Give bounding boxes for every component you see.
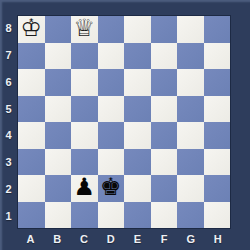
square-a8[interactable]: ♔ [18, 16, 45, 43]
square-b6[interactable] [45, 69, 72, 96]
square-g4[interactable] [177, 122, 204, 149]
square-a5[interactable] [18, 96, 45, 123]
square-d1[interactable] [98, 202, 125, 229]
square-e5[interactable] [124, 96, 151, 123]
rank-label-6: 6 [0, 69, 17, 96]
square-h2[interactable] [204, 175, 231, 202]
piece-white-king[interactable]: ♔ [20, 16, 42, 40]
square-e1[interactable] [124, 202, 151, 229]
square-f2[interactable] [151, 175, 178, 202]
square-e2[interactable] [124, 175, 151, 202]
square-g2[interactable] [177, 175, 204, 202]
file-label-H: H [204, 229, 231, 249]
square-a1[interactable] [18, 202, 45, 229]
rank-label-1: 1 [0, 202, 17, 229]
square-c1[interactable] [71, 202, 98, 229]
file-label-E: E [124, 229, 151, 249]
square-b8[interactable] [45, 16, 72, 43]
file-label-F: F [151, 229, 178, 249]
rank-labels: 87654321 [0, 15, 17, 229]
square-f6[interactable] [151, 69, 178, 96]
square-e6[interactable] [124, 69, 151, 96]
square-a3[interactable] [18, 149, 45, 176]
square-d8[interactable] [98, 16, 125, 43]
square-f4[interactable] [151, 122, 178, 149]
chess-diagram-frame: 87654321 ♔♕♟♚ ABCDEFGH [0, 0, 250, 250]
square-h8[interactable] [204, 16, 231, 43]
square-h4[interactable] [204, 122, 231, 149]
square-b4[interactable] [45, 122, 72, 149]
square-g3[interactable] [177, 149, 204, 176]
piece-black-pawn[interactable]: ♟ [73, 175, 95, 199]
square-d5[interactable] [98, 96, 125, 123]
file-label-D: D [97, 229, 124, 249]
square-b3[interactable] [45, 149, 72, 176]
file-label-C: C [71, 229, 98, 249]
square-g8[interactable] [177, 16, 204, 43]
square-d6[interactable] [98, 69, 125, 96]
file-labels: ABCDEFGH [17, 229, 231, 249]
square-c7[interactable] [71, 43, 98, 70]
square-c5[interactable] [71, 96, 98, 123]
square-g1[interactable] [177, 202, 204, 229]
square-b2[interactable] [45, 175, 72, 202]
square-c6[interactable] [71, 69, 98, 96]
square-f7[interactable] [151, 43, 178, 70]
square-c3[interactable] [71, 149, 98, 176]
square-f1[interactable] [151, 202, 178, 229]
square-f8[interactable] [151, 16, 178, 43]
square-a2[interactable] [18, 175, 45, 202]
square-d2[interactable]: ♚ [98, 175, 125, 202]
rank-label-2: 2 [0, 176, 17, 203]
square-c8[interactable]: ♕ [71, 16, 98, 43]
file-label-B: B [44, 229, 71, 249]
square-d3[interactable] [98, 149, 125, 176]
piece-white-queen[interactable]: ♕ [73, 16, 95, 40]
square-a4[interactable] [18, 122, 45, 149]
square-g6[interactable] [177, 69, 204, 96]
square-d7[interactable] [98, 43, 125, 70]
square-e3[interactable] [124, 149, 151, 176]
rank-label-5: 5 [0, 95, 17, 122]
square-e4[interactable] [124, 122, 151, 149]
rank-label-7: 7 [0, 42, 17, 69]
square-h7[interactable] [204, 43, 231, 70]
square-b7[interactable] [45, 43, 72, 70]
rank-label-3: 3 [0, 149, 17, 176]
piece-black-king[interactable]: ♚ [100, 175, 122, 199]
square-d4[interactable] [98, 122, 125, 149]
square-e7[interactable] [124, 43, 151, 70]
square-a6[interactable] [18, 69, 45, 96]
square-h6[interactable] [204, 69, 231, 96]
chess-board[interactable]: ♔♕♟♚ [17, 15, 231, 229]
file-label-G: G [178, 229, 205, 249]
square-g7[interactable] [177, 43, 204, 70]
square-f5[interactable] [151, 96, 178, 123]
square-h5[interactable] [204, 96, 231, 123]
square-b5[interactable] [45, 96, 72, 123]
file-label-A: A [17, 229, 44, 249]
square-h3[interactable] [204, 149, 231, 176]
square-h1[interactable] [204, 202, 231, 229]
rank-label-4: 4 [0, 122, 17, 149]
square-b1[interactable] [45, 202, 72, 229]
square-e8[interactable] [124, 16, 151, 43]
square-g5[interactable] [177, 96, 204, 123]
square-c4[interactable] [71, 122, 98, 149]
square-a7[interactable] [18, 43, 45, 70]
square-f3[interactable] [151, 149, 178, 176]
square-c2[interactable]: ♟ [71, 175, 98, 202]
rank-label-8: 8 [0, 15, 17, 42]
